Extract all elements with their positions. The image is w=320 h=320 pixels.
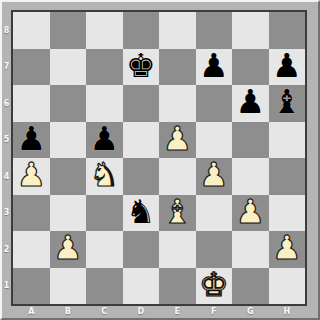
square-h4[interactable] [269,158,306,195]
square-f7[interactable]: ♟ [196,49,233,86]
square-h8[interactable] [269,12,306,49]
rank-label-6: 6 [2,85,11,122]
square-e7[interactable] [159,49,196,86]
piece-black-king[interactable]: ♚ [126,48,156,85]
piece-black-pawn[interactable]: ♟ [89,121,119,158]
square-b8[interactable] [50,12,87,49]
square-g3[interactable]: ♟ [232,195,269,232]
square-b3[interactable] [50,195,87,232]
square-h6[interactable]: ♝ [269,85,306,122]
square-g5[interactable] [232,122,269,159]
square-g1[interactable] [232,268,269,305]
square-g4[interactable] [232,158,269,195]
square-h5[interactable] [269,122,306,159]
piece-white-knight[interactable]: ♞ [89,157,119,194]
piece-black-knight[interactable]: ♞ [126,194,156,231]
piece-white-pawn[interactable]: ♟ [16,157,46,194]
file-label-c: C [86,307,123,316]
square-g6[interactable]: ♟ [232,85,269,122]
square-d2[interactable] [123,231,160,268]
square-f2[interactable] [196,231,233,268]
square-g7[interactable] [232,49,269,86]
square-d7[interactable]: ♚ [123,49,160,86]
piece-black-pawn[interactable]: ♟ [272,48,302,85]
rank-label-7: 7 [2,49,11,86]
square-d6[interactable] [123,85,160,122]
piece-white-bishop[interactable]: ♝ [162,194,192,231]
square-c6[interactable] [86,85,123,122]
file-label-d: D [123,307,160,316]
square-c2[interactable] [86,231,123,268]
square-e3[interactable]: ♝ [159,195,196,232]
square-f1[interactable]: ♚ [196,268,233,305]
file-label-e: E [159,307,196,316]
rank-label-4: 4 [2,158,11,195]
square-d5[interactable] [123,122,160,159]
square-b1[interactable] [50,268,87,305]
square-h7[interactable]: ♟ [269,49,306,86]
piece-white-pawn[interactable]: ♟ [53,230,83,267]
square-b5[interactable] [50,122,87,159]
square-c3[interactable] [86,195,123,232]
piece-white-pawn[interactable]: ♟ [162,121,192,158]
file-label-a: A [13,307,50,316]
piece-black-pawn[interactable]: ♟ [16,121,46,158]
square-a6[interactable] [13,85,50,122]
square-e5[interactable]: ♟ [159,122,196,159]
square-f4[interactable]: ♟ [196,158,233,195]
square-d8[interactable] [123,12,160,49]
square-b6[interactable] [50,85,87,122]
square-g2[interactable] [232,231,269,268]
square-b4[interactable] [50,158,87,195]
piece-white-pawn[interactable]: ♟ [199,157,229,194]
square-a7[interactable] [13,49,50,86]
square-e1[interactable] [159,268,196,305]
square-a1[interactable] [13,268,50,305]
rank-label-3: 3 [2,195,11,232]
square-f8[interactable] [196,12,233,49]
square-c8[interactable] [86,12,123,49]
square-e2[interactable] [159,231,196,268]
square-a3[interactable] [13,195,50,232]
square-f3[interactable] [196,195,233,232]
rank-labels: 87654321 [2,12,11,304]
square-a8[interactable] [13,12,50,49]
square-a4[interactable]: ♟ [13,158,50,195]
square-d1[interactable] [123,268,160,305]
square-f6[interactable] [196,85,233,122]
square-e8[interactable] [159,12,196,49]
chess-board[interactable]: ♚♟♟♟♝♟♟♟♟♞♟♞♝♟♟♟♚ [11,10,307,306]
piece-white-pawn[interactable]: ♟ [272,230,302,267]
square-e6[interactable] [159,85,196,122]
square-c4[interactable]: ♞ [86,158,123,195]
square-a2[interactable] [13,231,50,268]
square-f5[interactable] [196,122,233,159]
piece-black-bishop[interactable]: ♝ [272,84,302,121]
square-b7[interactable] [50,49,87,86]
file-label-h: H [269,307,306,316]
square-d3[interactable]: ♞ [123,195,160,232]
chess-diagram-window: 87654321 ♚♟♟♟♝♟♟♟♟♞♟♞♝♟♟♟♚ ABCDEFGH [0,0,320,320]
file-label-b: B [50,307,87,316]
square-h1[interactable] [269,268,306,305]
file-labels: ABCDEFGH [13,307,305,316]
square-c1[interactable] [86,268,123,305]
square-h2[interactable]: ♟ [269,231,306,268]
piece-black-pawn[interactable]: ♟ [235,84,265,121]
square-h3[interactable] [269,195,306,232]
rank-label-5: 5 [2,122,11,159]
square-a5[interactable]: ♟ [13,122,50,159]
piece-black-pawn[interactable]: ♟ [199,48,229,85]
square-c7[interactable] [86,49,123,86]
square-g8[interactable] [232,12,269,49]
file-label-g: G [232,307,269,316]
square-b2[interactable]: ♟ [50,231,87,268]
file-label-f: F [196,307,233,316]
square-c5[interactable]: ♟ [86,122,123,159]
square-d4[interactable] [123,158,160,195]
rank-label-1: 1 [2,268,11,305]
rank-label-2: 2 [2,231,11,268]
rank-label-8: 8 [2,12,11,49]
square-e4[interactable] [159,158,196,195]
piece-white-pawn[interactable]: ♟ [235,194,265,231]
piece-white-king[interactable]: ♚ [199,267,229,304]
